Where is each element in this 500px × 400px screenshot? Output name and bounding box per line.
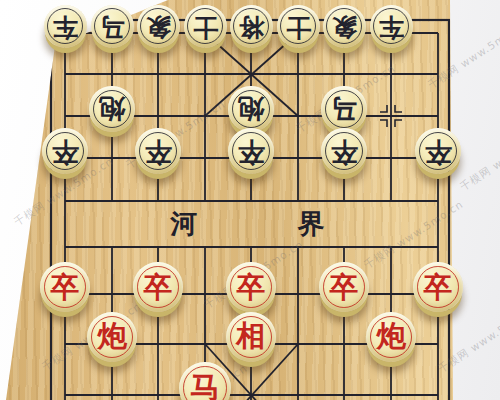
black-advisor[interactable]: 士 xyxy=(277,5,320,48)
piece-character: 炮 xyxy=(97,322,126,351)
piece-character: 炮 xyxy=(238,96,264,122)
black-soldier[interactable]: 卒 xyxy=(415,128,461,174)
piece-character: 相 xyxy=(236,322,265,351)
piece-character: 卒 xyxy=(52,138,79,165)
piece-character: 炮 xyxy=(376,322,405,351)
black-horse[interactable]: 马 xyxy=(321,86,366,131)
black-soldier[interactable]: 卒 xyxy=(321,128,367,174)
black-soldier[interactable]: 卒 xyxy=(228,128,274,174)
scene: 河 界 车马象士将士象车炮炮马卒卒卒卒卒卒卒卒卒卒炮相炮马 千模网 www.5m… xyxy=(0,0,500,400)
piece-character: 马 xyxy=(100,14,125,39)
red-soldier[interactable]: 卒 xyxy=(133,262,183,312)
black-chariot[interactable]: 车 xyxy=(370,5,413,48)
piece-character: 卒 xyxy=(51,273,80,302)
piece-character: 卒 xyxy=(145,138,172,165)
piece-character: 卒 xyxy=(425,138,452,165)
red-horse[interactable]: 马 xyxy=(179,362,231,400)
black-elephant[interactable]: 象 xyxy=(323,5,366,48)
piece-character: 士 xyxy=(286,14,311,39)
black-advisor[interactable]: 士 xyxy=(184,5,227,48)
red-soldier[interactable]: 卒 xyxy=(226,262,276,312)
black-general[interactable]: 将 xyxy=(230,5,273,48)
piece-character: 卒 xyxy=(331,138,358,165)
piece-character: 卒 xyxy=(424,273,453,302)
black-cannon[interactable]: 炮 xyxy=(89,86,134,131)
red-soldier[interactable]: 卒 xyxy=(40,262,90,312)
black-elephant[interactable]: 象 xyxy=(137,5,180,48)
black-horse[interactable]: 马 xyxy=(91,5,134,48)
red-elephant[interactable]: 相 xyxy=(226,312,277,363)
piece-character: 象 xyxy=(332,14,357,39)
piece-character: 卒 xyxy=(330,273,359,302)
piece-character: 卒 xyxy=(144,273,173,302)
red-cannon[interactable]: 炮 xyxy=(366,312,417,363)
piece-character: 马 xyxy=(331,96,357,122)
black-soldier[interactable]: 卒 xyxy=(135,128,181,174)
pieces-layer: 车马象士将士象车炮炮马卒卒卒卒卒卒卒卒卒卒炮相炮马 xyxy=(0,0,500,400)
black-soldier[interactable]: 卒 xyxy=(42,128,88,174)
red-soldier[interactable]: 卒 xyxy=(319,262,369,312)
piece-character: 卒 xyxy=(237,273,266,302)
black-cannon[interactable]: 炮 xyxy=(228,86,273,131)
piece-character: 象 xyxy=(146,14,171,39)
piece-character: 将 xyxy=(239,14,264,39)
piece-character: 卒 xyxy=(238,138,265,165)
piece-character: 士 xyxy=(193,14,218,39)
piece-character: 车 xyxy=(53,14,78,39)
piece-character: 马 xyxy=(190,373,220,400)
piece-character: 车 xyxy=(379,14,404,39)
black-chariot[interactable]: 车 xyxy=(44,5,87,48)
red-cannon[interactable]: 炮 xyxy=(87,312,138,363)
red-soldier[interactable]: 卒 xyxy=(413,262,463,312)
piece-character: 炮 xyxy=(99,96,125,122)
